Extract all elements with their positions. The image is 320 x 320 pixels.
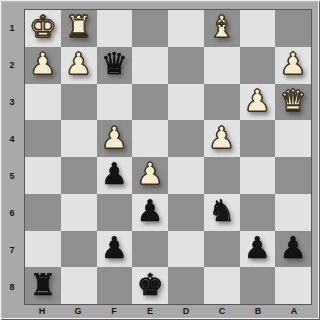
square-d4[interactable]: [168, 120, 204, 157]
rank-label-6: 6: [0, 194, 24, 231]
square-e6[interactable]: ♟: [132, 194, 168, 231]
square-e2[interactable]: [132, 47, 168, 84]
rank-label-5: 5: [0, 157, 24, 194]
square-g4[interactable]: [61, 120, 97, 157]
black-knight[interactable]: ♞: [208, 196, 235, 226]
square-b2[interactable]: [240, 47, 276, 84]
square-c2[interactable]: [204, 47, 240, 84]
square-b4[interactable]: [240, 120, 276, 157]
file-label-h: H: [24, 304, 60, 318]
black-king[interactable]: ♚: [137, 270, 164, 300]
square-g6[interactable]: [61, 194, 97, 231]
square-h3[interactable]: [25, 84, 61, 121]
file-labels: HGFEDCBA: [24, 304, 312, 318]
square-a3[interactable]: ♛: [275, 84, 311, 121]
square-d7[interactable]: [168, 231, 204, 268]
white-king[interactable]: ♚: [29, 12, 56, 42]
square-c6[interactable]: ♞: [204, 194, 240, 231]
square-f3[interactable]: [97, 84, 133, 121]
square-g3[interactable]: [61, 84, 97, 121]
rank-label-4: 4: [0, 120, 24, 157]
black-pawn[interactable]: ♟: [101, 159, 128, 189]
black-queen[interactable]: ♛: [101, 49, 128, 79]
square-c1[interactable]: ♝: [204, 10, 240, 47]
square-b1[interactable]: [240, 10, 276, 47]
square-a7[interactable]: ♟: [275, 231, 311, 268]
white-pawn[interactable]: ♟: [101, 123, 128, 153]
white-pawn[interactable]: ♟: [280, 49, 307, 79]
white-pawn[interactable]: ♟: [137, 159, 164, 189]
file-label-d: D: [168, 304, 204, 318]
white-rook[interactable]: ♜: [65, 12, 92, 42]
square-b5[interactable]: [240, 157, 276, 194]
chess-diagram: 12345678 ♚♜♝♟♟♛♟♟♛♟♟♟♟♟♞♟♟♟♜♚ HGFEDCBA: [0, 0, 320, 320]
chess-board: ♚♜♝♟♟♛♟♟♛♟♟♟♟♟♞♟♟♟♜♚: [24, 9, 312, 305]
file-label-c: C: [204, 304, 240, 318]
square-e1[interactable]: [132, 10, 168, 47]
square-g8[interactable]: [61, 267, 97, 304]
square-a1[interactable]: [275, 10, 311, 47]
black-pawn[interactable]: ♟: [101, 233, 128, 263]
rank-label-1: 1: [0, 9, 24, 46]
square-h1[interactable]: ♚: [25, 10, 61, 47]
file-label-b: B: [240, 304, 276, 318]
square-c3[interactable]: [204, 84, 240, 121]
square-f4[interactable]: ♟: [97, 120, 133, 157]
square-d5[interactable]: [168, 157, 204, 194]
square-b8[interactable]: [240, 267, 276, 304]
square-e5[interactable]: ♟: [132, 157, 168, 194]
square-h7[interactable]: [25, 231, 61, 268]
white-bishop[interactable]: ♝: [208, 12, 235, 42]
rank-label-3: 3: [0, 83, 24, 120]
white-pawn[interactable]: ♟: [208, 123, 235, 153]
square-a2[interactable]: ♟: [275, 47, 311, 84]
square-f1[interactable]: [97, 10, 133, 47]
black-pawn[interactable]: ♟: [244, 233, 271, 263]
square-h6[interactable]: [25, 194, 61, 231]
black-rook[interactable]: ♜: [29, 270, 56, 300]
square-d8[interactable]: [168, 267, 204, 304]
file-label-e: E: [132, 304, 168, 318]
square-f6[interactable]: [97, 194, 133, 231]
rank-label-2: 2: [0, 46, 24, 83]
square-b6[interactable]: [240, 194, 276, 231]
square-h5[interactable]: [25, 157, 61, 194]
square-d3[interactable]: [168, 84, 204, 121]
square-g7[interactable]: [61, 231, 97, 268]
square-c7[interactable]: [204, 231, 240, 268]
square-f7[interactable]: ♟: [97, 231, 133, 268]
square-a8[interactable]: [275, 267, 311, 304]
rank-label-7: 7: [0, 231, 24, 268]
square-c8[interactable]: [204, 267, 240, 304]
square-f2[interactable]: ♛: [97, 47, 133, 84]
white-pawn[interactable]: ♟: [65, 49, 92, 79]
rank-label-8: 8: [0, 268, 24, 305]
white-pawn[interactable]: ♟: [244, 86, 271, 116]
square-h2[interactable]: ♟: [25, 47, 61, 84]
square-f5[interactable]: ♟: [97, 157, 133, 194]
square-a5[interactable]: [275, 157, 311, 194]
square-e3[interactable]: [132, 84, 168, 121]
square-g1[interactable]: ♜: [61, 10, 97, 47]
square-a6[interactable]: [275, 194, 311, 231]
square-c5[interactable]: [204, 157, 240, 194]
square-h8[interactable]: ♜: [25, 267, 61, 304]
white-queen[interactable]: ♛: [280, 86, 307, 116]
square-c4[interactable]: ♟: [204, 120, 240, 157]
square-h4[interactable]: [25, 120, 61, 157]
square-e8[interactable]: ♚: [132, 267, 168, 304]
file-label-g: G: [60, 304, 96, 318]
square-g5[interactable]: [61, 157, 97, 194]
square-a4[interactable]: [275, 120, 311, 157]
square-d1[interactable]: [168, 10, 204, 47]
file-label-f: F: [96, 304, 132, 318]
square-b3[interactable]: ♟: [240, 84, 276, 121]
black-pawn[interactable]: ♟: [280, 233, 307, 263]
square-e4[interactable]: [132, 120, 168, 157]
file-label-a: A: [276, 304, 312, 318]
square-d2[interactable]: [168, 47, 204, 84]
black-pawn[interactable]: ♟: [137, 196, 164, 226]
square-b7[interactable]: ♟: [240, 231, 276, 268]
square-f8[interactable]: [97, 267, 133, 304]
white-pawn[interactable]: ♟: [29, 49, 56, 79]
rank-labels: 12345678: [0, 9, 24, 305]
square-g2[interactable]: ♟: [61, 47, 97, 84]
square-e7[interactable]: [132, 231, 168, 268]
square-d6[interactable]: [168, 194, 204, 231]
